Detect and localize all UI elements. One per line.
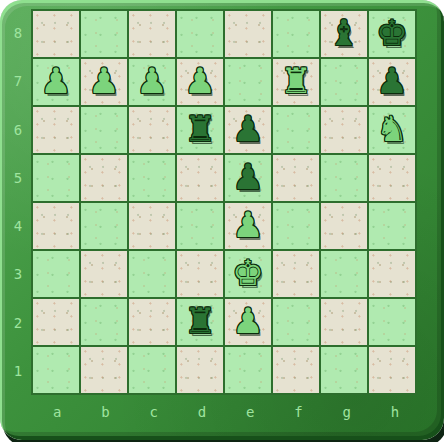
square-a6[interactable]: [33, 107, 79, 153]
square-c1[interactable]: [129, 347, 175, 393]
rank-label-1: 1: [7, 347, 29, 395]
rank-coordinates: 87654321: [7, 9, 29, 395]
piece-black-rook[interactable]: ♜: [177, 299, 223, 345]
square-d2[interactable]: ♜: [177, 299, 223, 345]
piece-black-king[interactable]: ♚: [369, 11, 415, 57]
board: ♝♚♟♟♟♟♜♟♜♟♞♟♟♚♜♟: [31, 9, 417, 395]
square-h6[interactable]: ♞: [369, 107, 415, 153]
file-label-a: a: [33, 398, 81, 426]
square-b6[interactable]: [81, 107, 127, 153]
square-a5[interactable]: [33, 155, 79, 201]
rank-label-4: 4: [7, 202, 29, 250]
square-d7[interactable]: ♟: [177, 59, 223, 105]
square-f7[interactable]: ♜: [273, 59, 319, 105]
square-g8[interactable]: ♝: [321, 11, 367, 57]
square-h3[interactable]: [369, 251, 415, 297]
file-label-h: h: [371, 398, 419, 426]
square-f8[interactable]: [273, 11, 319, 57]
square-b5[interactable]: [81, 155, 127, 201]
rank-label-3: 3: [7, 250, 29, 298]
square-g3[interactable]: [321, 251, 367, 297]
square-e6[interactable]: ♟: [225, 107, 271, 153]
file-label-g: g: [323, 398, 371, 426]
square-a8[interactable]: [33, 11, 79, 57]
square-e2[interactable]: ♟: [225, 299, 271, 345]
square-a1[interactable]: [33, 347, 79, 393]
file-label-b: b: [81, 398, 129, 426]
square-b4[interactable]: [81, 203, 127, 249]
square-h7[interactable]: ♟: [369, 59, 415, 105]
piece-black-bishop[interactable]: ♝: [321, 11, 367, 57]
square-b3[interactable]: [81, 251, 127, 297]
piece-white-pawn[interactable]: ♟: [177, 59, 223, 105]
square-a3[interactable]: [33, 251, 79, 297]
square-d4[interactable]: [177, 203, 223, 249]
file-label-d: d: [178, 398, 226, 426]
square-a4[interactable]: [33, 203, 79, 249]
square-h8[interactable]: ♚: [369, 11, 415, 57]
rank-label-6: 6: [7, 106, 29, 154]
square-c7[interactable]: ♟: [129, 59, 175, 105]
square-g1[interactable]: [321, 347, 367, 393]
square-f2[interactable]: [273, 299, 319, 345]
square-e8[interactable]: [225, 11, 271, 57]
square-h1[interactable]: [369, 347, 415, 393]
square-e4[interactable]: ♟: [225, 203, 271, 249]
square-g7[interactable]: [321, 59, 367, 105]
square-f3[interactable]: [273, 251, 319, 297]
square-h5[interactable]: [369, 155, 415, 201]
file-coordinates: abcdefgh: [33, 398, 419, 426]
square-c6[interactable]: [129, 107, 175, 153]
rank-label-8: 8: [7, 9, 29, 57]
piece-white-pawn[interactable]: ♟: [129, 59, 175, 105]
square-d1[interactable]: [177, 347, 223, 393]
square-b1[interactable]: [81, 347, 127, 393]
square-c3[interactable]: [129, 251, 175, 297]
square-d3[interactable]: [177, 251, 223, 297]
square-f1[interactable]: [273, 347, 319, 393]
square-e7[interactable]: [225, 59, 271, 105]
square-f6[interactable]: [273, 107, 319, 153]
square-e5[interactable]: ♟: [225, 155, 271, 201]
file-label-f: f: [274, 398, 322, 426]
board-frame: 87654321 ♝♚♟♟♟♟♜♟♜♟♞♟♟♚♜♟ abcdefgh: [0, 0, 444, 440]
rank-label-5: 5: [7, 154, 29, 202]
square-f5[interactable]: [273, 155, 319, 201]
square-b2[interactable]: [81, 299, 127, 345]
square-f4[interactable]: [273, 203, 319, 249]
piece-white-king[interactable]: ♚: [225, 251, 271, 297]
piece-white-knight[interactable]: ♞: [369, 107, 415, 153]
square-g2[interactable]: [321, 299, 367, 345]
file-label-c: c: [130, 398, 178, 426]
square-e3[interactable]: ♚: [225, 251, 271, 297]
square-a2[interactable]: [33, 299, 79, 345]
square-c5[interactable]: [129, 155, 175, 201]
piece-black-rook[interactable]: ♜: [177, 107, 223, 153]
piece-white-rook[interactable]: ♜: [273, 59, 319, 105]
square-b7[interactable]: ♟: [81, 59, 127, 105]
square-h2[interactable]: [369, 299, 415, 345]
square-g6[interactable]: [321, 107, 367, 153]
square-d6[interactable]: ♜: [177, 107, 223, 153]
square-d8[interactable]: [177, 11, 223, 57]
square-a7[interactable]: ♟: [33, 59, 79, 105]
piece-white-pawn[interactable]: ♟: [33, 59, 79, 105]
square-b8[interactable]: [81, 11, 127, 57]
piece-black-pawn[interactable]: ♟: [369, 59, 415, 105]
square-c8[interactable]: [129, 11, 175, 57]
file-label-e: e: [226, 398, 274, 426]
piece-white-pawn[interactable]: ♟: [81, 59, 127, 105]
piece-black-pawn[interactable]: ♟: [225, 155, 271, 201]
piece-white-pawn[interactable]: ♟: [225, 203, 271, 249]
rank-label-2: 2: [7, 299, 29, 347]
square-h4[interactable]: [369, 203, 415, 249]
square-g4[interactable]: [321, 203, 367, 249]
square-g5[interactable]: [321, 155, 367, 201]
rank-label-7: 7: [7, 57, 29, 105]
square-c4[interactable]: [129, 203, 175, 249]
square-d5[interactable]: [177, 155, 223, 201]
piece-black-pawn[interactable]: ♟: [225, 107, 271, 153]
square-c2[interactable]: [129, 299, 175, 345]
piece-white-pawn[interactable]: ♟: [225, 299, 271, 345]
square-e1[interactable]: [225, 347, 271, 393]
